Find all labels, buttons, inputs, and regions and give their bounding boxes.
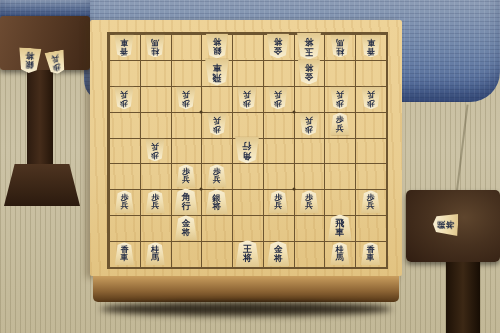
square-1i[interactable]: 香車 — [355, 241, 386, 267]
square-6b[interactable]: 飛車 — [201, 60, 232, 86]
square-3a[interactable]: 玉将 — [294, 34, 325, 60]
square-3f[interactable] — [294, 163, 325, 189]
square-2g[interactable] — [324, 189, 355, 215]
square-1b[interactable] — [355, 60, 386, 86]
sente-captured-pieces: 銀将 — [420, 204, 490, 254]
square-9a[interactable]: 香車 — [109, 34, 140, 60]
square-8i[interactable]: 桂馬 — [140, 241, 171, 267]
square-6h[interactable] — [201, 215, 232, 241]
square-3c[interactable] — [294, 86, 325, 112]
square-7c[interactable]: 歩兵 — [171, 86, 202, 112]
square-3e[interactable] — [294, 138, 325, 164]
piece-fu-sente[interactable]: 歩兵 — [330, 113, 350, 136]
gote-komadai-table: 銀将歩兵 — [0, 16, 92, 206]
piece-ginsho-gote[interactable]: 銀将 — [205, 34, 228, 59]
piece-fu-sente[interactable]: 歩兵 — [299, 190, 319, 213]
piece-fu-gote-hand[interactable]: 歩兵 — [44, 49, 68, 75]
piece-kinsho-sente[interactable]: 金将 — [174, 215, 197, 240]
board-front-face — [93, 276, 399, 302]
piece-fu-gote[interactable]: 歩兵 — [145, 138, 165, 161]
piece-ginsho-sente[interactable]: 銀将 — [205, 189, 228, 214]
piece-kakugyo-sente[interactable]: 角行 — [173, 188, 198, 215]
piece-kyosha-sente[interactable]: 香車 — [114, 242, 134, 265]
square-2e[interactable] — [324, 138, 355, 164]
shogi-photo-scene: 銀将歩兵 香車桂馬銀将金将玉将桂馬香車飛車金将歩兵歩兵歩兵歩兵歩兵歩兵歩兵歩兵歩… — [0, 0, 500, 333]
piece-fu-gote[interactable]: 歩兵 — [268, 87, 288, 110]
gote-komadai-foot — [4, 164, 80, 206]
square-6f[interactable]: 歩兵 — [201, 163, 232, 189]
piece-ginsho-sente-hand[interactable]: 銀将 — [433, 213, 459, 237]
square-6e[interactable] — [201, 138, 232, 164]
square-1e[interactable] — [355, 138, 386, 164]
piece-hisha-gote[interactable]: 飛車 — [204, 59, 229, 86]
square-9d[interactable] — [109, 112, 140, 138]
square-6c[interactable] — [201, 86, 232, 112]
square-9f[interactable] — [109, 163, 140, 189]
square-5h[interactable] — [232, 215, 263, 241]
piece-fu-gote[interactable]: 歩兵 — [207, 113, 227, 136]
square-8f[interactable] — [140, 163, 171, 189]
square-9i[interactable]: 香車 — [109, 241, 140, 267]
piece-kyosha-sente[interactable]: 香車 — [361, 242, 381, 265]
piece-fu-sente[interactable]: 歩兵 — [176, 164, 196, 187]
piece-fu-gote[interactable]: 歩兵 — [299, 113, 319, 136]
square-5e[interactable]: 角行 — [232, 138, 263, 164]
square-5c[interactable]: 歩兵 — [232, 86, 263, 112]
square-1a[interactable]: 香車 — [355, 34, 386, 60]
sente-komadai-stem — [446, 262, 480, 333]
square-8b[interactable] — [140, 60, 171, 86]
square-3d[interactable]: 歩兵 — [294, 112, 325, 138]
square-3b[interactable]: 金将 — [294, 60, 325, 86]
square-4d[interactable] — [263, 112, 294, 138]
piece-fu-gote[interactable]: 歩兵 — [114, 87, 134, 110]
square-6d[interactable]: 歩兵 — [201, 112, 232, 138]
square-7d[interactable] — [171, 112, 202, 138]
square-4c[interactable]: 歩兵 — [263, 86, 294, 112]
square-2d[interactable]: 歩兵 — [324, 112, 355, 138]
piece-keima-sente[interactable]: 桂馬 — [145, 242, 165, 265]
piece-keima-gote[interactable]: 桂馬 — [145, 35, 165, 58]
piece-fu-gote[interactable]: 歩兵 — [330, 87, 350, 110]
piece-kyosha-gote[interactable]: 香車 — [114, 35, 134, 58]
square-2i[interactable]: 桂馬 — [324, 241, 355, 267]
square-2a[interactable]: 桂馬 — [324, 34, 355, 60]
square-7g[interactable]: 角行 — [171, 189, 202, 215]
square-4b[interactable] — [263, 60, 294, 86]
square-5d[interactable] — [232, 112, 263, 138]
square-4f[interactable] — [263, 163, 294, 189]
square-9e[interactable] — [109, 138, 140, 164]
square-9g[interactable]: 歩兵 — [109, 189, 140, 215]
square-8a[interactable]: 桂馬 — [140, 34, 171, 60]
square-9c[interactable]: 歩兵 — [109, 86, 140, 112]
shogi-board: 香車桂馬銀将金将玉将桂馬香車飛車金将歩兵歩兵歩兵歩兵歩兵歩兵歩兵歩兵歩兵歩兵角行… — [90, 20, 402, 318]
square-3h[interactable] — [294, 215, 325, 241]
square-5b[interactable] — [232, 60, 263, 86]
square-7a[interactable] — [171, 34, 202, 60]
square-4g[interactable]: 歩兵 — [263, 189, 294, 215]
square-1h[interactable] — [355, 215, 386, 241]
square-2c[interactable]: 歩兵 — [324, 86, 355, 112]
square-7i[interactable] — [171, 241, 202, 267]
square-7e[interactable] — [171, 138, 202, 164]
piece-kakugyo-gote[interactable]: 角行 — [235, 136, 260, 163]
sente-komadai-table: 銀将 — [406, 190, 500, 333]
square-6g[interactable]: 銀将 — [201, 189, 232, 215]
square-5a[interactable] — [232, 34, 263, 60]
square-5i[interactable]: 王将 — [232, 241, 263, 267]
square-3i[interactable] — [294, 241, 325, 267]
gote-captured-pieces: 銀将歩兵 — [8, 30, 88, 90]
square-1g[interactable]: 歩兵 — [355, 189, 386, 215]
piece-gyokusho-gote[interactable]: 玉将 — [297, 33, 322, 60]
square-1d[interactable] — [355, 112, 386, 138]
piece-ginsho-gote-hand[interactable]: 銀将 — [17, 47, 42, 74]
square-5g[interactable] — [232, 189, 263, 215]
square-7f[interactable]: 歩兵 — [171, 163, 202, 189]
piece-fu-sente[interactable]: 歩兵 — [145, 190, 165, 213]
piece-fu-gote[interactable]: 歩兵 — [237, 87, 257, 110]
square-1f[interactable] — [355, 163, 386, 189]
piece-fu-sente[interactable]: 歩兵 — [207, 164, 227, 187]
square-2h[interactable]: 飛車 — [324, 215, 355, 241]
square-1c[interactable]: 歩兵 — [355, 86, 386, 112]
piece-hisha-sente[interactable]: 飛車 — [327, 214, 352, 241]
square-3g[interactable]: 歩兵 — [294, 189, 325, 215]
square-2f[interactable] — [324, 163, 355, 189]
square-4i[interactable]: 金将 — [263, 241, 294, 267]
square-8g[interactable]: 歩兵 — [140, 189, 171, 215]
board-surface: 香車桂馬銀将金将玉将桂馬香車飛車金将歩兵歩兵歩兵歩兵歩兵歩兵歩兵歩兵歩兵歩兵角行… — [90, 20, 402, 276]
piece-keima-sente[interactable]: 桂馬 — [330, 242, 350, 265]
piece-fu-gote[interactable]: 歩兵 — [176, 87, 196, 110]
square-4a[interactable]: 金将 — [263, 34, 294, 60]
board-grid[interactable]: 香車桂馬銀将金将玉将桂馬香車飛車金将歩兵歩兵歩兵歩兵歩兵歩兵歩兵歩兵歩兵歩兵角行… — [107, 32, 388, 269]
square-8d[interactable] — [140, 112, 171, 138]
square-8c[interactable] — [140, 86, 171, 112]
square-8e[interactable]: 歩兵 — [140, 138, 171, 164]
piece-kinsho-sente[interactable]: 金将 — [267, 241, 290, 266]
square-7h[interactable]: 金将 — [171, 215, 202, 241]
piece-kinsho-gote[interactable]: 金将 — [267, 34, 290, 59]
square-9b[interactable] — [109, 60, 140, 86]
square-2b[interactable] — [324, 60, 355, 86]
square-5f[interactable] — [232, 163, 263, 189]
square-4h[interactable] — [263, 215, 294, 241]
square-7b[interactable] — [171, 60, 202, 86]
piece-fu-sente[interactable]: 歩兵 — [361, 190, 381, 213]
piece-fu-sente[interactable]: 歩兵 — [268, 190, 288, 213]
piece-osho-sente[interactable]: 王将 — [235, 240, 260, 267]
piece-keima-gote[interactable]: 桂馬 — [330, 35, 350, 58]
piece-kyosha-gote[interactable]: 香車 — [361, 35, 381, 58]
square-4e[interactable] — [263, 138, 294, 164]
square-6a[interactable]: 銀将 — [201, 34, 232, 60]
piece-fu-gote[interactable]: 歩兵 — [361, 87, 381, 110]
square-9h[interactable] — [109, 215, 140, 241]
square-6i[interactable] — [201, 241, 232, 267]
square-8h[interactable] — [140, 215, 171, 241]
piece-fu-sente[interactable]: 歩兵 — [114, 190, 134, 213]
piece-kinsho-gote[interactable]: 金将 — [298, 60, 321, 85]
board-shadow — [100, 302, 392, 316]
